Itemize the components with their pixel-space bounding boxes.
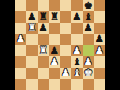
square-b2[interactable] <box>26 68 37 79</box>
square-f3[interactable]: ♝ <box>71 56 82 67</box>
square-e3[interactable] <box>60 56 71 67</box>
chess-board: ♚♟♜♜♟♝♜♟♟♟♟♜♟♟♟♟♝♟♟♝♚ <box>15 0 105 90</box>
square-d8[interactable] <box>49 0 60 11</box>
square-a3[interactable] <box>15 56 26 67</box>
square-a2[interactable] <box>15 68 26 79</box>
square-g3[interactable]: ♟ <box>83 56 94 67</box>
piece-black-pawn[interactable]: ♟ <box>95 34 104 44</box>
square-e5[interactable] <box>60 34 71 45</box>
square-b8[interactable] <box>26 0 37 11</box>
square-b1[interactable] <box>26 79 37 90</box>
square-a4[interactable] <box>15 45 26 56</box>
piece-black-king[interactable]: ♚ <box>84 0 93 10</box>
square-f6[interactable] <box>71 23 82 34</box>
square-c2[interactable] <box>38 68 49 79</box>
square-h4[interactable]: ♟ <box>94 45 105 56</box>
square-f4[interactable]: ♟ <box>71 45 82 56</box>
square-h2[interactable] <box>94 68 105 79</box>
square-c3[interactable] <box>38 56 49 67</box>
piece-white-pawn[interactable]: ♟ <box>72 45 81 55</box>
square-a1[interactable] <box>15 79 26 90</box>
piece-black-pawn[interactable]: ♟ <box>39 23 48 33</box>
square-b4[interactable] <box>26 45 37 56</box>
square-a5[interactable]: ♟ <box>15 34 26 45</box>
square-f1[interactable] <box>71 79 82 90</box>
piece-white-pawn[interactable]: ♟ <box>84 56 93 66</box>
square-f7[interactable]: ♟ <box>71 11 82 22</box>
square-a7[interactable] <box>15 11 26 22</box>
piece-black-pawn[interactable]: ♟ <box>72 11 81 21</box>
square-d3[interactable]: ♟ <box>49 56 60 67</box>
screenshot-frame: ♚♟♜♜♟♝♜♟♟♟♟♜♟♟♟♟♝♟♟♝♚ <box>0 0 120 90</box>
square-c5[interactable] <box>38 34 49 45</box>
square-h6[interactable] <box>94 23 105 34</box>
piece-white-rook[interactable]: ♜ <box>39 45 48 55</box>
square-h3[interactable] <box>94 56 105 67</box>
square-b5[interactable] <box>26 34 37 45</box>
square-h5[interactable]: ♟ <box>94 34 105 45</box>
piece-black-bishop[interactable]: ♝ <box>84 11 93 21</box>
square-h1[interactable] <box>94 79 105 90</box>
piece-black-rook[interactable]: ♜ <box>50 11 59 21</box>
square-h7[interactable] <box>94 11 105 22</box>
square-g6[interactable]: ♟ <box>83 23 94 34</box>
piece-white-rook[interactable]: ♜ <box>27 23 36 33</box>
square-b6[interactable]: ♜ <box>26 23 37 34</box>
square-a8[interactable] <box>15 0 26 11</box>
square-g4[interactable] <box>83 45 94 56</box>
piece-black-pawn[interactable]: ♟ <box>84 23 93 33</box>
piece-white-pawn[interactable]: ♟ <box>50 56 59 66</box>
square-d2[interactable] <box>49 68 60 79</box>
square-g5[interactable] <box>83 34 94 45</box>
square-f2[interactable]: ♝ <box>71 68 82 79</box>
square-a6[interactable] <box>15 23 26 34</box>
square-e1[interactable] <box>60 79 71 90</box>
square-e2[interactable]: ♟ <box>60 68 71 79</box>
square-c7[interactable]: ♜ <box>38 11 49 22</box>
square-g7[interactable]: ♝ <box>83 11 94 22</box>
square-g2[interactable]: ♚ <box>83 68 94 79</box>
piece-white-pawn[interactable]: ♟ <box>16 34 25 44</box>
square-f8[interactable] <box>71 0 82 11</box>
square-b7[interactable]: ♟ <box>26 11 37 22</box>
square-e6[interactable] <box>60 23 71 34</box>
square-e7[interactable] <box>60 11 71 22</box>
square-e4[interactable] <box>60 45 71 56</box>
square-f5[interactable] <box>71 34 82 45</box>
piece-black-bishop[interactable]: ♝ <box>72 56 81 66</box>
piece-black-rook[interactable]: ♜ <box>39 11 48 21</box>
square-e8[interactable] <box>60 0 71 11</box>
piece-white-bishop[interactable]: ♝ <box>72 68 81 78</box>
square-g1[interactable] <box>83 79 94 90</box>
square-d1[interactable] <box>49 79 60 90</box>
piece-white-pawn[interactable]: ♟ <box>95 45 104 55</box>
piece-white-pawn[interactable]: ♟ <box>61 68 70 78</box>
square-c6[interactable]: ♟ <box>38 23 49 34</box>
piece-black-pawn[interactable]: ♟ <box>27 11 36 21</box>
square-c1[interactable] <box>38 79 49 90</box>
square-c4[interactable]: ♜ <box>38 45 49 56</box>
square-g8[interactable]: ♚ <box>83 0 94 11</box>
square-h8[interactable] <box>94 0 105 11</box>
square-d7[interactable]: ♜ <box>49 11 60 22</box>
square-c8[interactable] <box>38 0 49 11</box>
square-d4[interactable]: ♟ <box>49 45 60 56</box>
piece-white-king[interactable]: ♚ <box>84 68 93 78</box>
square-d5[interactable] <box>49 34 60 45</box>
piece-black-pawn[interactable]: ♟ <box>50 45 59 55</box>
square-d6[interactable] <box>49 23 60 34</box>
square-b3[interactable] <box>26 56 37 67</box>
